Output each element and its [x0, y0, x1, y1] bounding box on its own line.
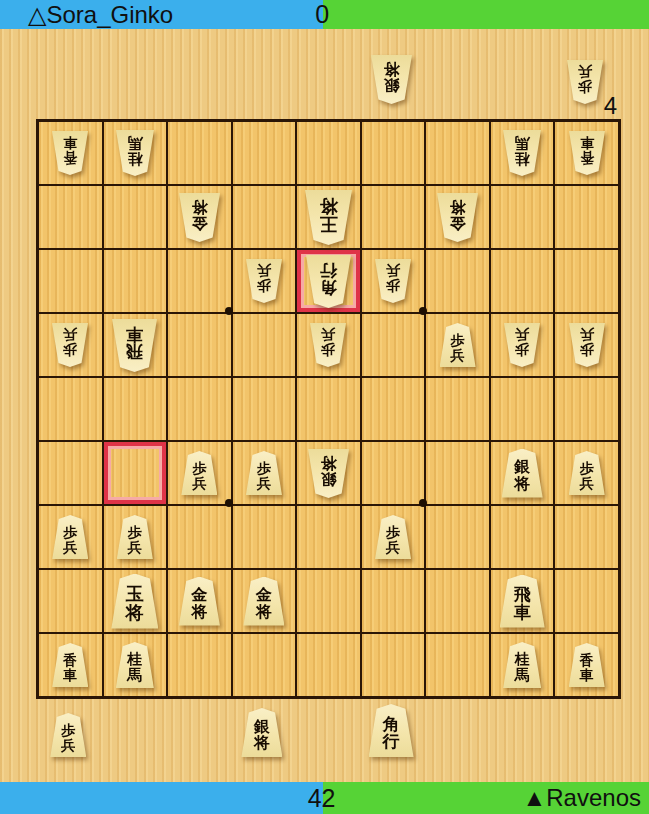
piece-kanji: 金将: [450, 198, 466, 236]
board-cell[interactable]: 歩兵: [103, 505, 168, 569]
board-cell[interactable]: [232, 313, 297, 377]
piece-face: 桂馬: [503, 642, 541, 688]
piece-face: 金将: [179, 193, 220, 242]
piece-kanji: 桂馬: [127, 647, 142, 683]
rook-piece[interactable]: 飛車: [500, 575, 545, 628]
board-cell[interactable]: 王将: [296, 185, 361, 249]
piece-kanji: 桂馬: [515, 647, 530, 683]
pawn-piece[interactable]: 歩兵: [181, 451, 217, 495]
gold-piece[interactable]: 金将: [179, 577, 220, 626]
board-cell[interactable]: 角行: [296, 249, 361, 313]
pawn-piece[interactable]: 歩兵: [52, 515, 88, 559]
board-cell[interactable]: 桂馬: [103, 121, 168, 185]
piece-face: 歩兵: [567, 60, 603, 104]
pawn-piece[interactable]: 歩兵: [569, 451, 605, 495]
board-cell[interactable]: 歩兵: [361, 505, 426, 569]
lance-piece[interactable]: 香車: [52, 131, 88, 175]
piece-face: 歩兵: [246, 451, 282, 495]
board-cell[interactable]: [38, 377, 103, 441]
board-cell[interactable]: 桂馬: [103, 633, 168, 697]
piece-face: 金将: [243, 577, 284, 626]
board-cell[interactable]: 銀将: [296, 441, 361, 505]
piece-kanji: 歩兵: [386, 264, 400, 298]
board-cell[interactable]: [361, 569, 426, 633]
board-cell[interactable]: 桂馬: [490, 121, 555, 185]
piece-face: 金将: [437, 193, 478, 242]
piece-kanji: 王将: [319, 196, 337, 238]
board-cell[interactable]: [490, 505, 555, 569]
board-cell[interactable]: 金将: [167, 185, 232, 249]
piece-kanji: 歩兵: [63, 520, 77, 554]
piece-face: 香車: [52, 643, 88, 687]
bottom-bar-blue-segment: [0, 782, 323, 814]
hoshi-dot: [225, 307, 233, 315]
board-cell[interactable]: [167, 121, 232, 185]
piece-face: 銀将: [502, 449, 543, 498]
board-cell[interactable]: [103, 377, 168, 441]
top-bar-green-segment: [323, 0, 649, 29]
board-cell[interactable]: [490, 249, 555, 313]
board-cell[interactable]: [296, 121, 361, 185]
piece-kanji: 角行: [320, 261, 337, 301]
bottom-player-name: ▲Ravenos: [523, 782, 641, 814]
board-cell[interactable]: [425, 441, 490, 505]
shogi-app: △Sora_Ginko 0 銀将歩兵4 香車桂馬桂馬香車金将王将金将歩兵角行歩兵…: [0, 0, 649, 814]
piece-kanji: 歩兵: [451, 328, 465, 362]
board-cell[interactable]: [361, 633, 426, 697]
board-cell[interactable]: [425, 249, 490, 313]
silver-piece[interactable]: 銀将: [371, 55, 412, 104]
board-cell[interactable]: 香車: [38, 633, 103, 697]
board-cell[interactable]: [425, 121, 490, 185]
hoshi-dot: [419, 307, 427, 315]
pawn-piece[interactable]: 歩兵: [50, 713, 86, 757]
piece-face: 歩兵: [52, 515, 88, 559]
piece-kanji: 桂馬: [127, 135, 142, 171]
piece-kanji: 角行: [383, 711, 400, 751]
board-cell[interactable]: [232, 121, 297, 185]
pawn-piece[interactable]: 歩兵: [52, 323, 88, 367]
board-cell[interactable]: 歩兵: [361, 249, 426, 313]
board-cell[interactable]: [554, 377, 619, 441]
board-cell[interactable]: [103, 185, 168, 249]
piece-kanji: 香車: [580, 648, 594, 682]
lance-piece[interactable]: 香車: [52, 643, 88, 687]
board-cell[interactable]: 香車: [38, 121, 103, 185]
board-cell[interactable]: [38, 569, 103, 633]
board-cell[interactable]: [232, 377, 297, 441]
board-cell[interactable]: 金将: [167, 569, 232, 633]
board-cell[interactable]: [38, 441, 103, 505]
piece-kanji: 歩兵: [63, 328, 77, 362]
board-cell[interactable]: 桂馬: [490, 633, 555, 697]
board-cell[interactable]: [554, 185, 619, 249]
piece-face: 歩兵: [117, 515, 153, 559]
piece-face: 飛車: [500, 575, 545, 628]
king-piece[interactable]: 王将: [305, 190, 352, 245]
knight-piece[interactable]: 桂馬: [503, 642, 541, 688]
board-cell[interactable]: 歩兵: [425, 313, 490, 377]
board-cell[interactable]: 金将: [232, 569, 297, 633]
top-player-counter: 0: [315, 0, 329, 29]
board-cell[interactable]: 歩兵: [38, 505, 103, 569]
piece-face: 歩兵: [569, 323, 605, 367]
board-cell[interactable]: [167, 249, 232, 313]
bottom-player-counter: 42: [308, 782, 336, 814]
piece-face: 角行: [306, 255, 351, 308]
piece-face: 歩兵: [375, 259, 411, 303]
silver-piece[interactable]: 銀将: [241, 708, 282, 757]
piece-kanji: 飛車: [126, 325, 143, 365]
board-cell[interactable]: [296, 633, 361, 697]
board-cell[interactable]: 香車: [554, 121, 619, 185]
board-cell[interactable]: [361, 121, 426, 185]
rook-piece[interactable]: 飛車: [112, 319, 157, 372]
board-cell[interactable]: [490, 185, 555, 249]
piece-kanji: 歩兵: [192, 456, 206, 490]
board-cell[interactable]: [554, 505, 619, 569]
piece-face: 香車: [569, 131, 605, 175]
piece-kanji: 香車: [63, 648, 77, 682]
board-cell[interactable]: [425, 505, 490, 569]
board-cell[interactable]: [554, 249, 619, 313]
piece-kanji: 桂馬: [515, 135, 530, 171]
piece-face: 銀将: [371, 55, 412, 104]
knight-piece[interactable]: 桂馬: [116, 642, 154, 688]
board-cell[interactable]: [167, 377, 232, 441]
piece-kanji: 歩兵: [257, 456, 271, 490]
board-cell[interactable]: [103, 441, 168, 505]
silver-piece[interactable]: 銀将: [308, 449, 349, 498]
pawn-piece[interactable]: 歩兵: [310, 323, 346, 367]
top-player-bar: △Sora_Ginko 0: [0, 0, 649, 29]
board-cell[interactable]: 香車: [554, 633, 619, 697]
piece-face: 玉将: [111, 574, 158, 629]
pawn-piece[interactable]: 歩兵: [246, 259, 282, 303]
piece-face: 歩兵: [246, 259, 282, 303]
piece-face: 歩兵: [504, 323, 540, 367]
board-cell[interactable]: 歩兵: [167, 441, 232, 505]
piece-kanji: 香車: [580, 136, 594, 170]
board-cell[interactable]: [425, 377, 490, 441]
bishop-piece[interactable]: 角行: [306, 255, 351, 308]
pawn-piece[interactable]: 歩兵: [246, 451, 282, 495]
pawn-piece[interactable]: 歩兵: [375, 259, 411, 303]
pawn-piece[interactable]: 歩兵: [375, 515, 411, 559]
piece-kanji: 玉将: [126, 580, 144, 622]
gold-piece[interactable]: 金将: [243, 577, 284, 626]
board-cell[interactable]: [361, 377, 426, 441]
knight-piece[interactable]: 桂馬: [503, 130, 541, 176]
king-piece[interactable]: 玉将: [111, 574, 158, 629]
lance-piece[interactable]: 香車: [569, 643, 605, 687]
board-cell[interactable]: [38, 185, 103, 249]
board-cell[interactable]: [296, 569, 361, 633]
board-cell[interactable]: 歩兵: [296, 313, 361, 377]
piece-face: 歩兵: [569, 451, 605, 495]
piece-kanji: 金将: [191, 582, 207, 620]
board-cell[interactable]: 銀将: [490, 441, 555, 505]
board-cell[interactable]: 歩兵: [232, 441, 297, 505]
piece-face: 桂馬: [116, 642, 154, 688]
piece-face: 香車: [52, 131, 88, 175]
piece-face: 歩兵: [310, 323, 346, 367]
piece-kanji: 歩兵: [386, 520, 400, 554]
board-cell[interactable]: [232, 633, 297, 697]
board-cell[interactable]: [296, 377, 361, 441]
board-cell[interactable]: [361, 313, 426, 377]
piece-face: 飛車: [112, 319, 157, 372]
piece-face: 金将: [179, 577, 220, 626]
board-cell[interactable]: 歩兵: [232, 249, 297, 313]
board-cell[interactable]: 玉将: [103, 569, 168, 633]
piece-kanji: 歩兵: [128, 520, 142, 554]
piece-kanji: 銀将: [383, 61, 399, 99]
piece-kanji: 歩兵: [321, 328, 335, 362]
pawn-piece[interactable]: 歩兵: [117, 515, 153, 559]
hoshi-dot: [225, 499, 233, 507]
silver-piece[interactable]: 銀将: [502, 449, 543, 498]
hand-piece-count: 4: [604, 92, 617, 120]
pawn-piece[interactable]: 歩兵: [504, 323, 540, 367]
board-cell[interactable]: 歩兵: [490, 313, 555, 377]
piece-kanji: 歩兵: [61, 718, 75, 752]
gold-piece[interactable]: 金将: [437, 193, 478, 242]
piece-kanji: 香車: [63, 136, 77, 170]
piece-face: 歩兵: [440, 323, 476, 367]
board-cell[interactable]: [167, 313, 232, 377]
board-cell[interactable]: 飛車: [103, 313, 168, 377]
board-cell[interactable]: [425, 633, 490, 697]
piece-face: 歩兵: [52, 323, 88, 367]
bottom-player-bar: 42 ▲Ravenos: [0, 782, 649, 814]
board-cell[interactable]: [296, 505, 361, 569]
piece-face: 角行: [369, 704, 414, 757]
piece-face: 桂馬: [503, 130, 541, 176]
piece-kanji: 銀将: [320, 454, 336, 492]
board-cell[interactable]: [554, 569, 619, 633]
piece-kanji: 金将: [191, 198, 207, 236]
piece-kanji: 歩兵: [580, 456, 594, 490]
piece-face: 歩兵: [50, 713, 86, 757]
pawn-piece[interactable]: 歩兵: [569, 323, 605, 367]
shogi-board: 香車桂馬桂馬香車金将王将金将歩兵角行歩兵歩兵飛車歩兵歩兵歩兵歩兵歩兵歩兵銀将銀将…: [36, 119, 621, 699]
board-cell[interactable]: [232, 185, 297, 249]
bishop-piece[interactable]: 角行: [369, 704, 414, 757]
hoshi-dot: [419, 499, 427, 507]
gold-piece[interactable]: 金将: [179, 193, 220, 242]
board-cell[interactable]: [38, 249, 103, 313]
piece-kanji: 歩兵: [580, 328, 594, 362]
board-cell[interactable]: [361, 441, 426, 505]
piece-face: 銀将: [308, 449, 349, 498]
piece-kanji: 歩兵: [257, 264, 271, 298]
board-cell[interactable]: 歩兵: [38, 313, 103, 377]
board-cell[interactable]: 歩兵: [554, 313, 619, 377]
board-cell[interactable]: [167, 505, 232, 569]
piece-kanji: 飛車: [514, 581, 531, 621]
piece-face: 王将: [305, 190, 352, 245]
board-cell[interactable]: [167, 633, 232, 697]
board-cell[interactable]: 歩兵: [554, 441, 619, 505]
piece-face: 銀将: [241, 708, 282, 757]
board-cell[interactable]: [232, 505, 297, 569]
piece-kanji: 歩兵: [578, 65, 592, 99]
top-player-name: △Sora_Ginko: [28, 0, 173, 29]
piece-face: 歩兵: [375, 515, 411, 559]
piece-kanji: 銀将: [514, 454, 530, 492]
board-cell[interactable]: [103, 249, 168, 313]
piece-face: 歩兵: [181, 451, 217, 495]
piece-face: 桂馬: [116, 130, 154, 176]
board-cell[interactable]: [425, 569, 490, 633]
board-cell[interactable]: [361, 185, 426, 249]
piece-kanji: 歩兵: [515, 328, 529, 362]
lance-piece[interactable]: 香車: [569, 131, 605, 175]
board-cell[interactable]: 金将: [425, 185, 490, 249]
piece-face: 香車: [569, 643, 605, 687]
board-cell[interactable]: 飛車: [490, 569, 555, 633]
piece-kanji: 金将: [256, 582, 272, 620]
knight-piece[interactable]: 桂馬: [116, 130, 154, 176]
board-cell[interactable]: [490, 377, 555, 441]
piece-kanji: 銀将: [254, 714, 270, 752]
pawn-piece[interactable]: 歩兵: [440, 323, 476, 367]
pawn-piece[interactable]: 歩兵: [567, 60, 603, 104]
